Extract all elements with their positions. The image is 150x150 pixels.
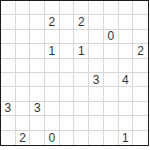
empty-cell-r6c0[interactable] [1,87,16,101]
empty-cell-r3c6[interactable] [89,44,104,58]
empty-cell-r4c7[interactable] [104,59,119,73]
empty-cell-r0c6[interactable] [89,1,104,15]
empty-cell-r8c7[interactable] [104,116,119,130]
empty-cell-r1c4[interactable] [60,15,75,29]
clue-cell-r5c8: 4 [119,73,134,87]
empty-cell-r3c2[interactable] [30,44,45,58]
empty-cell-r2c3[interactable] [45,30,60,44]
clue-cell-r9c1: 2 [16,131,31,145]
empty-cell-r8c8[interactable] [119,116,134,130]
empty-cell-r9c9[interactable] [133,131,148,145]
empty-cell-r6c4[interactable] [60,87,75,101]
empty-cell-r1c2[interactable] [30,15,45,29]
empty-cell-r1c1[interactable] [16,15,31,29]
empty-cell-r7c7[interactable] [104,102,119,116]
clue-cell-r2c7: 0 [104,30,119,44]
empty-cell-r0c8[interactable] [119,1,134,15]
empty-cell-r9c2[interactable] [30,131,45,145]
empty-cell-r8c1[interactable] [16,116,31,130]
empty-cell-r0c4[interactable] [60,1,75,15]
empty-cell-r9c5[interactable] [74,131,89,145]
empty-cell-r3c7[interactable] [104,44,119,58]
empty-cell-r2c9[interactable] [133,30,148,44]
empty-cell-r9c0[interactable] [1,131,16,145]
empty-cell-r8c0[interactable] [1,116,16,130]
empty-cell-r4c5[interactable] [74,59,89,73]
empty-cell-r5c7[interactable] [104,73,119,87]
clue-cell-r3c5: 1 [74,44,89,58]
empty-cell-r4c6[interactable] [89,59,104,73]
empty-cell-r4c0[interactable] [1,59,16,73]
clue-cell-r9c3: 0 [45,131,60,145]
empty-cell-r5c0[interactable] [1,73,16,87]
empty-cell-r6c1[interactable] [16,87,31,101]
empty-cell-r8c9[interactable] [133,116,148,130]
clue-cell-r3c9: 2 [133,44,148,58]
empty-cell-r8c4[interactable] [60,116,75,130]
empty-cell-r1c0[interactable] [1,15,16,29]
empty-cell-r4c1[interactable] [16,59,31,73]
empty-cell-r1c8[interactable] [119,15,134,29]
empty-cell-r2c6[interactable] [89,30,104,44]
empty-cell-r2c5[interactable] [74,30,89,44]
empty-cell-r6c5[interactable] [74,87,89,101]
empty-cell-r3c4[interactable] [60,44,75,58]
empty-cell-r1c9[interactable] [133,15,148,29]
empty-cell-r8c2[interactable] [30,116,45,130]
empty-cell-r7c8[interactable] [119,102,134,116]
empty-cell-r2c2[interactable] [30,30,45,44]
empty-cell-r0c7[interactable] [104,1,119,15]
empty-cell-r8c6[interactable] [89,116,104,130]
empty-cell-r8c5[interactable] [74,116,89,130]
clue-cell-r5c6: 3 [89,73,104,87]
empty-cell-r7c5[interactable] [74,102,89,116]
empty-cell-r7c1[interactable] [16,102,31,116]
empty-cell-r0c3[interactable] [45,1,60,15]
empty-cell-r9c7[interactable] [104,131,119,145]
empty-cell-r9c4[interactable] [60,131,75,145]
empty-cell-r2c4[interactable] [60,30,75,44]
clue-cell-r7c0: 3 [1,102,16,116]
empty-cell-r3c0[interactable] [1,44,16,58]
empty-cell-r7c4[interactable] [60,102,75,116]
empty-cell-r6c2[interactable] [30,87,45,101]
empty-cell-r9c6[interactable] [89,131,104,145]
empty-cell-r6c9[interactable] [133,87,148,101]
clue-cell-r1c5: 2 [74,15,89,29]
empty-cell-r1c6[interactable] [89,15,104,29]
empty-cell-r7c6[interactable] [89,102,104,116]
empty-cell-r0c5[interactable] [74,1,89,15]
empty-cell-r2c0[interactable] [1,30,16,44]
empty-cell-r8c3[interactable] [45,116,60,130]
clue-cell-r9c8: 1 [119,131,134,145]
empty-cell-r6c7[interactable] [104,87,119,101]
empty-cell-r5c4[interactable] [60,73,75,87]
empty-cell-r6c8[interactable] [119,87,134,101]
empty-cell-r0c9[interactable] [133,1,148,15]
clue-cell-r3c3: 1 [45,44,60,58]
empty-cell-r7c9[interactable] [133,102,148,116]
empty-cell-r1c7[interactable] [104,15,119,29]
empty-cell-r5c1[interactable] [16,73,31,87]
clue-cell-r7c2: 3 [30,102,45,116]
empty-cell-r4c2[interactable] [30,59,45,73]
empty-cell-r0c0[interactable] [1,1,16,15]
empty-cell-r5c2[interactable] [30,73,45,87]
empty-cell-r5c9[interactable] [133,73,148,87]
clue-cell-r1c3: 2 [45,15,60,29]
puzzle-board: 2201123433201 [0,0,149,146]
empty-cell-r6c6[interactable] [89,87,104,101]
empty-cell-r3c1[interactable] [16,44,31,58]
empty-cell-r5c3[interactable] [45,73,60,87]
empty-cell-r6c3[interactable] [45,87,60,101]
empty-cell-r2c8[interactable] [119,30,134,44]
empty-cell-r5c5[interactable] [74,73,89,87]
empty-cell-r3c8[interactable] [119,44,134,58]
empty-cell-r0c2[interactable] [30,1,45,15]
empty-cell-r4c9[interactable] [133,59,148,73]
empty-cell-r4c8[interactable] [119,59,134,73]
empty-cell-r7c3[interactable] [45,102,60,116]
empty-cell-r4c3[interactable] [45,59,60,73]
empty-cell-r0c1[interactable] [16,1,31,15]
empty-cell-r4c4[interactable] [60,59,75,73]
empty-cell-r2c1[interactable] [16,30,31,44]
